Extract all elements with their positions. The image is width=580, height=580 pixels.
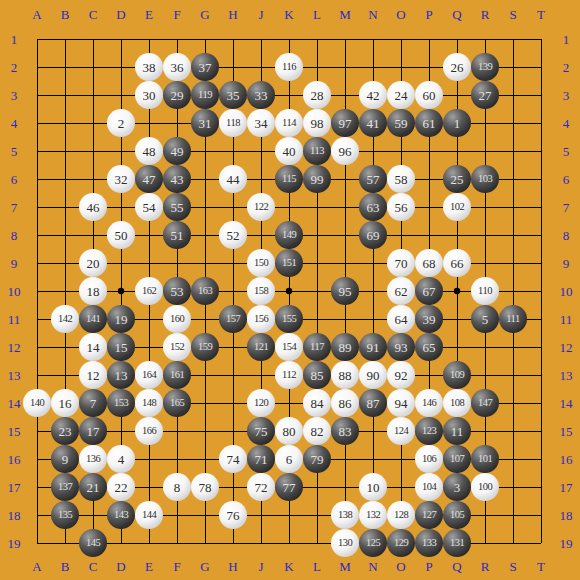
move-number: 87 bbox=[367, 397, 380, 410]
move-number: 16 bbox=[59, 397, 72, 410]
move-number: 103 bbox=[478, 174, 492, 185]
move-number: 158 bbox=[254, 286, 268, 297]
stone-black-91-N12: 91 bbox=[359, 333, 387, 361]
stone-black-25-Q6: 25 bbox=[443, 165, 471, 193]
stone-white-164-E13: 164 bbox=[135, 361, 163, 389]
row-label-right-15: 15 bbox=[560, 425, 573, 438]
move-number: 34 bbox=[255, 117, 268, 130]
move-number: 17 bbox=[87, 425, 100, 438]
stone-white-70-O9: 70 bbox=[387, 249, 415, 277]
row-label-right-13: 13 bbox=[560, 369, 573, 382]
move-number: 143 bbox=[114, 510, 128, 521]
stone-white-130-M19: 130 bbox=[331, 529, 359, 557]
move-number: 165 bbox=[170, 398, 184, 409]
move-number: 106 bbox=[422, 454, 436, 465]
stone-black-125-N19: 125 bbox=[359, 529, 387, 557]
stone-white-44-H6: 44 bbox=[219, 165, 247, 193]
stone-white-10-N17: 10 bbox=[359, 473, 387, 501]
move-number: 78 bbox=[199, 481, 212, 494]
move-number: 11 bbox=[451, 425, 464, 438]
move-number: 57 bbox=[367, 173, 380, 186]
row-label-left-1: 1 bbox=[11, 33, 18, 46]
stone-black-65-P12: 65 bbox=[415, 333, 443, 361]
stone-white-68-P9: 68 bbox=[415, 249, 443, 277]
stone-black-153-D14: 153 bbox=[107, 389, 135, 417]
stone-white-20-C9: 20 bbox=[79, 249, 107, 277]
stone-white-48-E5: 48 bbox=[135, 137, 163, 165]
row-label-left-7: 7 bbox=[11, 201, 18, 214]
stone-black-29-F3: 29 bbox=[163, 81, 191, 109]
stone-black-143-D18: 143 bbox=[107, 501, 135, 529]
move-number: 33 bbox=[255, 89, 268, 102]
col-label-top-G: G bbox=[200, 8, 209, 21]
stone-black-61-P4: 61 bbox=[415, 109, 443, 137]
move-number: 18 bbox=[87, 285, 100, 298]
move-number: 25 bbox=[451, 173, 464, 186]
stone-white-80-K15: 80 bbox=[275, 417, 303, 445]
col-label-bottom-H: H bbox=[228, 560, 237, 573]
stone-white-108-Q14: 108 bbox=[443, 389, 471, 417]
move-number: 138 bbox=[338, 510, 352, 521]
move-number: 28 bbox=[311, 89, 324, 102]
row-label-right-14: 14 bbox=[560, 397, 573, 410]
move-number: 153 bbox=[114, 398, 128, 409]
move-number: 145 bbox=[86, 538, 100, 549]
stone-black-151-K9: 151 bbox=[275, 249, 303, 277]
move-number: 83 bbox=[339, 425, 352, 438]
move-number: 27 bbox=[479, 89, 492, 102]
row-label-left-3: 3 bbox=[11, 89, 18, 102]
move-number: 117 bbox=[310, 342, 324, 353]
stone-black-59-O4: 59 bbox=[387, 109, 415, 137]
stone-black-109-Q13: 109 bbox=[443, 361, 471, 389]
stone-white-6-K16: 6 bbox=[275, 445, 303, 473]
stone-black-161-F13: 161 bbox=[163, 361, 191, 389]
stone-white-26-Q2: 26 bbox=[443, 53, 471, 81]
row-label-left-14: 14 bbox=[8, 397, 21, 410]
move-number: 35 bbox=[227, 89, 240, 102]
col-label-top-D: D bbox=[116, 8, 125, 21]
col-label-bottom-D: D bbox=[116, 560, 125, 573]
move-number: 31 bbox=[199, 117, 212, 130]
move-number: 36 bbox=[171, 61, 184, 74]
stone-black-77-K17: 77 bbox=[275, 473, 303, 501]
row-label-right-19: 19 bbox=[560, 537, 573, 550]
stone-black-21-C17: 21 bbox=[79, 473, 107, 501]
move-number: 30 bbox=[143, 89, 156, 102]
stone-white-42-N3: 42 bbox=[359, 81, 387, 109]
move-number: 120 bbox=[254, 398, 268, 409]
move-number: 24 bbox=[395, 89, 408, 102]
move-number: 74 bbox=[227, 453, 240, 466]
stone-black-35-H3: 35 bbox=[219, 81, 247, 109]
move-number: 146 bbox=[422, 398, 436, 409]
col-label-top-B: B bbox=[61, 8, 70, 21]
stone-white-104-P17: 104 bbox=[415, 473, 443, 501]
move-number: 122 bbox=[254, 202, 268, 213]
move-number: 23 bbox=[59, 425, 72, 438]
stone-black-99-L6: 99 bbox=[303, 165, 331, 193]
move-number: 29 bbox=[171, 89, 184, 102]
move-number: 7 bbox=[90, 397, 97, 410]
stone-white-2-D4: 2 bbox=[107, 109, 135, 137]
row-label-left-12: 12 bbox=[8, 341, 21, 354]
move-number: 136 bbox=[86, 454, 100, 465]
stone-white-156-J11: 156 bbox=[247, 305, 275, 333]
row-label-right-11: 11 bbox=[560, 313, 573, 326]
move-number: 152 bbox=[170, 342, 184, 353]
move-number: 107 bbox=[450, 454, 464, 465]
move-number: 96 bbox=[339, 145, 352, 158]
move-number: 47 bbox=[143, 173, 156, 186]
stone-black-5-R11: 5 bbox=[471, 305, 499, 333]
stone-white-138-M18: 138 bbox=[331, 501, 359, 529]
stone-black-111-S11: 111 bbox=[499, 305, 527, 333]
move-number: 135 bbox=[58, 510, 72, 521]
stone-white-146-P14: 146 bbox=[415, 389, 443, 417]
stone-black-51-F8: 51 bbox=[163, 221, 191, 249]
row-label-left-18: 18 bbox=[8, 509, 21, 522]
move-number: 156 bbox=[254, 314, 268, 325]
move-number: 60 bbox=[423, 89, 436, 102]
move-number: 161 bbox=[170, 370, 184, 381]
star-point-Q10 bbox=[454, 288, 460, 294]
move-number: 52 bbox=[227, 229, 240, 242]
stone-white-128-O18: 128 bbox=[387, 501, 415, 529]
stone-white-24-O3: 24 bbox=[387, 81, 415, 109]
move-number: 12 bbox=[87, 369, 100, 382]
move-number: 50 bbox=[115, 229, 128, 242]
row-label-right-16: 16 bbox=[560, 453, 573, 466]
col-label-top-M: M bbox=[339, 8, 351, 21]
stone-black-95-M10: 95 bbox=[331, 277, 359, 305]
move-number: 127 bbox=[422, 510, 436, 521]
stone-black-9-B16: 9 bbox=[51, 445, 79, 473]
move-number: 115 bbox=[282, 174, 296, 185]
stone-white-22-D17: 22 bbox=[107, 473, 135, 501]
row-label-right-8: 8 bbox=[563, 229, 570, 242]
move-number: 112 bbox=[282, 370, 296, 381]
stone-black-107-Q16: 107 bbox=[443, 445, 471, 473]
stone-black-1-Q4: 1 bbox=[443, 109, 471, 137]
move-number: 84 bbox=[311, 397, 324, 410]
stone-black-131-Q19: 131 bbox=[443, 529, 471, 557]
stone-black-127-P18: 127 bbox=[415, 501, 443, 529]
move-number: 58 bbox=[395, 173, 408, 186]
stone-white-154-K12: 154 bbox=[275, 333, 303, 361]
move-number: 20 bbox=[87, 257, 100, 270]
move-number: 10 bbox=[367, 481, 380, 494]
move-number: 101 bbox=[478, 454, 492, 465]
move-number: 140 bbox=[30, 398, 44, 409]
col-label-top-O: O bbox=[396, 8, 405, 21]
move-number: 141 bbox=[86, 314, 100, 325]
move-number: 89 bbox=[339, 341, 352, 354]
stone-white-86-M14: 86 bbox=[331, 389, 359, 417]
stone-white-56-O7: 56 bbox=[387, 193, 415, 221]
row-label-left-8: 8 bbox=[11, 229, 18, 242]
row-label-left-5: 5 bbox=[11, 145, 18, 158]
row-label-right-2: 2 bbox=[563, 61, 570, 74]
move-number: 147 bbox=[478, 398, 492, 409]
stone-black-97-M4: 97 bbox=[331, 109, 359, 137]
stone-black-113-L5: 113 bbox=[303, 137, 331, 165]
stone-black-33-J3: 33 bbox=[247, 81, 275, 109]
move-number: 59 bbox=[395, 117, 408, 130]
move-number: 118 bbox=[226, 118, 240, 129]
stone-white-84-L14: 84 bbox=[303, 389, 331, 417]
row-label-right-1: 1 bbox=[563, 33, 570, 46]
stone-white-166-E15: 166 bbox=[135, 417, 163, 445]
move-number: 68 bbox=[423, 257, 436, 270]
move-number: 91 bbox=[367, 341, 380, 354]
row-label-right-18: 18 bbox=[560, 509, 573, 522]
stone-black-117-L12: 117 bbox=[303, 333, 331, 361]
stone-white-112-K13: 112 bbox=[275, 361, 303, 389]
col-label-bottom-F: F bbox=[173, 560, 180, 573]
row-label-left-17: 17 bbox=[8, 481, 21, 494]
stone-white-32-D6: 32 bbox=[107, 165, 135, 193]
move-number: 92 bbox=[395, 369, 408, 382]
move-number: 71 bbox=[255, 453, 268, 466]
move-number: 131 bbox=[450, 538, 464, 549]
col-label-top-J: J bbox=[258, 8, 263, 21]
move-number: 63 bbox=[367, 201, 380, 214]
col-label-bottom-R: R bbox=[481, 560, 490, 573]
stone-white-148-E14: 148 bbox=[135, 389, 163, 417]
move-number: 5 bbox=[482, 313, 489, 326]
move-number: 1 bbox=[454, 117, 461, 130]
stone-white-74-H16: 74 bbox=[219, 445, 247, 473]
move-number: 26 bbox=[451, 61, 464, 74]
move-number: 113 bbox=[310, 146, 324, 157]
move-number: 69 bbox=[367, 229, 380, 242]
stone-black-129-O19: 129 bbox=[387, 529, 415, 557]
stone-white-98-L4: 98 bbox=[303, 109, 331, 137]
row-label-left-9: 9 bbox=[11, 257, 18, 270]
stone-black-69-N8: 69 bbox=[359, 221, 387, 249]
stone-black-57-N6: 57 bbox=[359, 165, 387, 193]
move-number: 98 bbox=[311, 117, 324, 130]
move-number: 49 bbox=[171, 145, 184, 158]
row-label-left-6: 6 bbox=[11, 173, 18, 186]
move-number: 133 bbox=[422, 538, 436, 549]
stone-black-67-P10: 67 bbox=[415, 277, 443, 305]
row-label-left-16: 16 bbox=[8, 453, 21, 466]
move-number: 53 bbox=[171, 285, 184, 298]
stone-white-72-J17: 72 bbox=[247, 473, 275, 501]
move-number: 95 bbox=[339, 285, 352, 298]
move-number: 110 bbox=[478, 286, 492, 297]
move-number: 128 bbox=[394, 510, 408, 521]
stone-black-7-C14: 7 bbox=[79, 389, 107, 417]
move-number: 149 bbox=[282, 230, 296, 241]
move-number: 160 bbox=[170, 314, 184, 325]
move-number: 163 bbox=[198, 286, 212, 297]
stone-white-92-O13: 92 bbox=[387, 361, 415, 389]
move-number: 54 bbox=[143, 201, 156, 214]
move-number: 62 bbox=[395, 285, 408, 298]
move-number: 3 bbox=[454, 481, 461, 494]
col-label-bottom-A: A bbox=[32, 560, 41, 573]
move-number: 88 bbox=[339, 369, 352, 382]
move-number: 124 bbox=[394, 426, 408, 437]
move-number: 79 bbox=[311, 453, 324, 466]
move-number: 46 bbox=[87, 201, 100, 214]
col-label-bottom-B: B bbox=[61, 560, 70, 573]
stone-white-136-C16: 136 bbox=[79, 445, 107, 473]
move-number: 108 bbox=[450, 398, 464, 409]
move-number: 6 bbox=[286, 453, 293, 466]
stone-white-34-J4: 34 bbox=[247, 109, 275, 137]
stone-black-11-Q15: 11 bbox=[443, 417, 471, 445]
row-label-left-13: 13 bbox=[8, 369, 21, 382]
stone-white-40-K5: 40 bbox=[275, 137, 303, 165]
stone-black-41-N4: 41 bbox=[359, 109, 387, 137]
col-label-top-N: N bbox=[368, 8, 377, 21]
move-number: 123 bbox=[422, 426, 436, 437]
col-label-bottom-Q: Q bbox=[452, 560, 461, 573]
stone-white-30-E3: 30 bbox=[135, 81, 163, 109]
stone-black-105-Q18: 105 bbox=[443, 501, 471, 529]
col-label-bottom-S: S bbox=[509, 560, 516, 573]
stone-white-122-J7: 122 bbox=[247, 193, 275, 221]
stone-black-139-R2: 139 bbox=[471, 53, 499, 81]
move-number: 19 bbox=[115, 313, 128, 326]
move-number: 111 bbox=[506, 314, 519, 325]
stone-black-163-G10: 163 bbox=[191, 277, 219, 305]
move-number: 13 bbox=[115, 369, 128, 382]
col-label-top-T: T bbox=[537, 8, 545, 21]
stone-black-39-P11: 39 bbox=[415, 305, 443, 333]
stone-black-23-B15: 23 bbox=[51, 417, 79, 445]
move-number: 125 bbox=[366, 538, 380, 549]
move-number: 77 bbox=[283, 481, 296, 494]
move-number: 75 bbox=[255, 425, 268, 438]
stone-black-87-N14: 87 bbox=[359, 389, 387, 417]
col-label-top-Q: Q bbox=[452, 8, 461, 21]
stone-black-79-L16: 79 bbox=[303, 445, 331, 473]
move-number: 119 bbox=[198, 90, 212, 101]
star-point-D10 bbox=[118, 288, 124, 294]
row-label-left-10: 10 bbox=[8, 285, 21, 298]
stone-white-54-E7: 54 bbox=[135, 193, 163, 221]
col-label-top-H: H bbox=[228, 8, 237, 21]
col-label-bottom-P: P bbox=[425, 560, 432, 573]
move-number: 148 bbox=[142, 398, 156, 409]
move-number: 102 bbox=[450, 202, 464, 213]
stone-black-47-E6: 47 bbox=[135, 165, 163, 193]
move-number: 76 bbox=[227, 509, 240, 522]
col-label-top-L: L bbox=[313, 8, 321, 21]
move-number: 2 bbox=[118, 117, 125, 130]
col-label-bottom-T: T bbox=[537, 560, 545, 573]
row-label-right-9: 9 bbox=[563, 257, 570, 270]
move-number: 139 bbox=[478, 62, 492, 73]
stone-black-43-F6: 43 bbox=[163, 165, 191, 193]
stone-black-145-C19: 145 bbox=[79, 529, 107, 557]
col-label-top-A: A bbox=[32, 8, 41, 21]
move-number: 93 bbox=[395, 341, 408, 354]
col-label-bottom-C: C bbox=[89, 560, 98, 573]
stone-white-102-Q7: 102 bbox=[443, 193, 471, 221]
move-number: 43 bbox=[171, 173, 184, 186]
move-number: 85 bbox=[311, 369, 324, 382]
stone-black-141-C11: 141 bbox=[79, 305, 107, 333]
stone-white-142-B11: 142 bbox=[51, 305, 79, 333]
col-label-bottom-K: K bbox=[284, 560, 293, 573]
stone-white-116-K2: 116 bbox=[275, 53, 303, 81]
col-label-bottom-O: O bbox=[396, 560, 405, 573]
move-number: 151 bbox=[282, 258, 296, 269]
stone-white-132-N18: 132 bbox=[359, 501, 387, 529]
move-number: 21 bbox=[87, 481, 100, 494]
move-number: 42 bbox=[367, 89, 380, 102]
stone-black-37-G2: 37 bbox=[191, 53, 219, 81]
stone-black-19-D11: 19 bbox=[107, 305, 135, 333]
move-number: 129 bbox=[394, 538, 408, 549]
stone-white-62-O10: 62 bbox=[387, 277, 415, 305]
move-number: 137 bbox=[58, 482, 72, 493]
move-number: 40 bbox=[283, 145, 296, 158]
move-number: 86 bbox=[339, 397, 352, 410]
move-number: 157 bbox=[226, 314, 240, 325]
stone-white-14-C12: 14 bbox=[79, 333, 107, 361]
move-number: 32 bbox=[115, 173, 128, 186]
col-label-bottom-E: E bbox=[145, 560, 153, 573]
stone-white-36-F2: 36 bbox=[163, 53, 191, 81]
move-number: 121 bbox=[254, 342, 268, 353]
stone-white-60-P3: 60 bbox=[415, 81, 443, 109]
stone-black-17-C15: 17 bbox=[79, 417, 107, 445]
stone-black-27-R3: 27 bbox=[471, 81, 499, 109]
stone-white-88-M13: 88 bbox=[331, 361, 359, 389]
move-number: 166 bbox=[142, 426, 156, 437]
move-number: 70 bbox=[395, 257, 408, 270]
stone-white-52-H8: 52 bbox=[219, 221, 247, 249]
stone-white-4-D16: 4 bbox=[107, 445, 135, 473]
move-number: 82 bbox=[311, 425, 324, 438]
move-number: 99 bbox=[311, 173, 324, 186]
col-label-top-S: S bbox=[509, 8, 516, 21]
move-number: 105 bbox=[450, 510, 464, 521]
col-label-top-C: C bbox=[89, 8, 98, 21]
row-label-right-3: 3 bbox=[563, 89, 570, 102]
move-number: 80 bbox=[283, 425, 296, 438]
move-number: 94 bbox=[395, 397, 408, 410]
row-label-right-7: 7 bbox=[563, 201, 570, 214]
move-number: 159 bbox=[198, 342, 212, 353]
col-label-bottom-M: M bbox=[339, 560, 351, 573]
stone-black-159-G12: 159 bbox=[191, 333, 219, 361]
stone-black-53-F10: 53 bbox=[163, 277, 191, 305]
col-label-top-R: R bbox=[481, 8, 490, 21]
col-label-bottom-L: L bbox=[313, 560, 321, 573]
stone-black-133-P19: 133 bbox=[415, 529, 443, 557]
stone-white-90-N13: 90 bbox=[359, 361, 387, 389]
row-label-left-11: 11 bbox=[8, 313, 21, 326]
move-number: 130 bbox=[338, 538, 352, 549]
stone-white-28-L3: 28 bbox=[303, 81, 331, 109]
row-label-left-2: 2 bbox=[11, 61, 18, 74]
stone-white-18-C10: 18 bbox=[79, 277, 107, 305]
stone-black-115-K6: 115 bbox=[275, 165, 303, 193]
stone-black-165-F14: 165 bbox=[163, 389, 191, 417]
stone-black-123-P15: 123 bbox=[415, 417, 443, 445]
stone-white-124-O15: 124 bbox=[387, 417, 415, 445]
stone-white-38-E2: 38 bbox=[135, 53, 163, 81]
stone-black-93-O12: 93 bbox=[387, 333, 415, 361]
